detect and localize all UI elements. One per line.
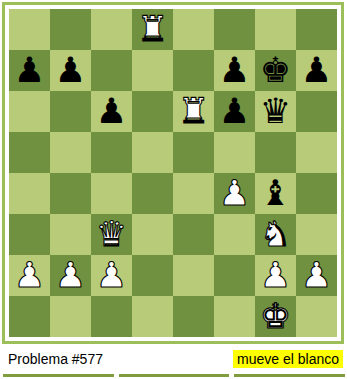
square-h4[interactable] (296, 173, 337, 214)
piece-black-pawn: ♟ (55, 50, 86, 91)
square-c8[interactable] (91, 9, 132, 50)
square-b2[interactable]: ♟ (50, 255, 91, 296)
square-e4[interactable] (173, 173, 214, 214)
square-h2[interactable]: ♟ (296, 255, 337, 296)
square-g5[interactable] (255, 132, 296, 173)
square-a6[interactable] (9, 91, 50, 132)
square-f8[interactable] (214, 9, 255, 50)
piece-white-queen: ♛ (96, 214, 127, 255)
piece-black-pawn: ♟ (14, 50, 45, 91)
square-a7[interactable]: ♟ (9, 50, 50, 91)
square-a8[interactable] (9, 9, 50, 50)
piece-white-rook: ♜ (178, 91, 209, 132)
piece-black-king: ♚ (260, 50, 291, 91)
square-f4[interactable]: ♟ (214, 173, 255, 214)
square-c1[interactable] (91, 296, 132, 337)
square-g7[interactable]: ♚ (255, 50, 296, 91)
square-g8[interactable] (255, 9, 296, 50)
square-b3[interactable] (50, 214, 91, 255)
square-a5[interactable] (9, 132, 50, 173)
square-a2[interactable]: ♟ (9, 255, 50, 296)
square-c5[interactable] (91, 132, 132, 173)
square-d1[interactable] (132, 296, 173, 337)
square-c7[interactable] (91, 50, 132, 91)
square-b8[interactable] (50, 9, 91, 50)
square-a3[interactable] (9, 214, 50, 255)
square-c3[interactable]: ♛ (91, 214, 132, 255)
square-b6[interactable] (50, 91, 91, 132)
square-d8[interactable]: ♜ (132, 9, 173, 50)
square-c2[interactable]: ♟ (91, 255, 132, 296)
square-b7[interactable]: ♟ (50, 50, 91, 91)
square-h7[interactable]: ♟ (296, 50, 337, 91)
square-f2[interactable] (214, 255, 255, 296)
footer-rule-segment (3, 374, 114, 377)
square-f7[interactable]: ♟ (214, 50, 255, 91)
piece-white-pawn: ♟ (96, 255, 127, 296)
square-g2[interactable]: ♟ (255, 255, 296, 296)
square-e8[interactable] (173, 9, 214, 50)
square-e6[interactable]: ♜ (173, 91, 214, 132)
square-e5[interactable] (173, 132, 214, 173)
square-f5[interactable] (214, 132, 255, 173)
square-h1[interactable] (296, 296, 337, 337)
square-d5[interactable] (132, 132, 173, 173)
square-f3[interactable] (214, 214, 255, 255)
square-d3[interactable] (132, 214, 173, 255)
square-h3[interactable] (296, 214, 337, 255)
square-b4[interactable] (50, 173, 91, 214)
square-d2[interactable] (132, 255, 173, 296)
square-e3[interactable] (173, 214, 214, 255)
piece-white-pawn: ♟ (14, 255, 45, 296)
piece-white-pawn: ♟ (301, 255, 332, 296)
piece-white-pawn: ♟ (55, 255, 86, 296)
piece-white-pawn: ♟ (219, 173, 250, 214)
square-g6[interactable]: ♛ (255, 91, 296, 132)
square-d6[interactable] (132, 91, 173, 132)
piece-black-bishop: ♝ (260, 173, 291, 214)
caption-row: Problema #577 mueve el blanco (2, 348, 345, 370)
square-h5[interactable] (296, 132, 337, 173)
square-d7[interactable] (132, 50, 173, 91)
piece-white-rook: ♜ (137, 9, 168, 50)
square-g4[interactable]: ♝ (255, 173, 296, 214)
square-b1[interactable] (50, 296, 91, 337)
piece-white-pawn: ♟ (260, 255, 291, 296)
chess-board: ♜♟♟♟♚♟♟♜♟♛♟♝♛♞♟♟♟♟♟♚ (9, 9, 337, 337)
square-e2[interactable] (173, 255, 214, 296)
square-a1[interactable] (9, 296, 50, 337)
piece-black-pawn: ♟ (301, 50, 332, 91)
square-h8[interactable] (296, 9, 337, 50)
square-f6[interactable]: ♟ (214, 91, 255, 132)
square-a4[interactable] (9, 173, 50, 214)
piece-white-king: ♚ (260, 296, 291, 337)
footer-rule-segment (119, 374, 230, 377)
board-frame: ♜♟♟♟♚♟♟♜♟♛♟♝♛♞♟♟♟♟♟♚ (2, 2, 344, 344)
square-h6[interactable] (296, 91, 337, 132)
problem-number-label: Problema #577 (8, 351, 103, 367)
square-g1[interactable]: ♚ (255, 296, 296, 337)
square-c4[interactable] (91, 173, 132, 214)
footer-rules (3, 374, 345, 377)
piece-black-pawn: ♟ (219, 50, 250, 91)
square-e7[interactable] (173, 50, 214, 91)
piece-black-queen: ♛ (260, 91, 291, 132)
square-g3[interactable]: ♞ (255, 214, 296, 255)
square-f1[interactable] (214, 296, 255, 337)
square-e1[interactable] (173, 296, 214, 337)
piece-white-knight: ♞ (260, 214, 291, 255)
side-to-move-badge: mueve el blanco (233, 350, 343, 368)
square-c6[interactable]: ♟ (91, 91, 132, 132)
piece-black-pawn: ♟ (96, 91, 127, 132)
piece-black-pawn: ♟ (219, 91, 250, 132)
square-d4[interactable] (132, 173, 173, 214)
square-b5[interactable] (50, 132, 91, 173)
footer-rule-segment (234, 374, 345, 377)
